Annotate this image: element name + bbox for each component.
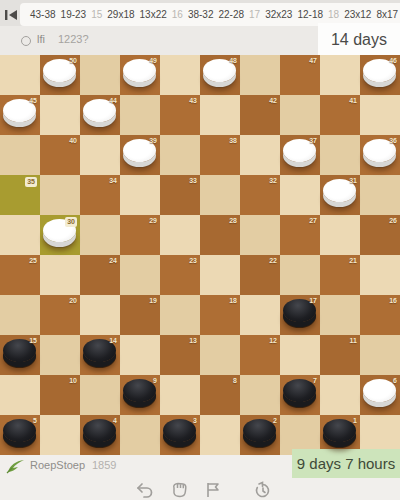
light-square (360, 175, 400, 215)
light-square (120, 415, 160, 455)
square-26[interactable]: 26 (360, 215, 400, 255)
square-number: 43 (189, 97, 197, 105)
square-20[interactable]: 20 (40, 295, 80, 335)
light-square (160, 215, 200, 255)
square-17[interactable]: 17 (280, 295, 320, 335)
square-number: 7 (313, 377, 317, 385)
light-square (40, 415, 80, 455)
move-token[interactable]: 22-28 (218, 9, 244, 20)
undo-icon[interactable] (134, 480, 156, 500)
square-24[interactable]: 24 (80, 255, 120, 295)
square-number: 12 (269, 337, 277, 345)
light-square (80, 295, 120, 335)
opponent-clock: 14 days (318, 23, 400, 56)
light-square (120, 255, 160, 295)
square-number: 2 (273, 417, 277, 425)
opponent-name: lfi (37, 33, 45, 45)
square-number: 17 (309, 297, 317, 305)
square-8[interactable]: 8 (200, 375, 240, 415)
square-number: 6 (393, 377, 397, 385)
move-token[interactable]: 8x17 (376, 9, 398, 20)
square-number: 15 (29, 337, 37, 345)
square-29[interactable]: 29 (120, 215, 160, 255)
light-square (0, 55, 40, 95)
square-number: 19 (149, 297, 157, 305)
square-number: 49 (149, 57, 157, 65)
square-50[interactable]: 50 (40, 55, 80, 95)
square-27[interactable]: 27 (280, 215, 320, 255)
square-number: 11 (350, 337, 357, 345)
square-13[interactable]: 13 (160, 335, 200, 375)
square-15[interactable]: 15 (0, 335, 40, 375)
square-35[interactable]: 35 (0, 175, 40, 215)
light-square (240, 295, 280, 335)
square-number: 18 (229, 297, 237, 305)
square-number: 20 (69, 297, 77, 305)
opponent-row: lfi 1223? 14 days (0, 26, 400, 55)
square-3[interactable]: 3 (160, 415, 200, 455)
light-square (280, 255, 320, 295)
light-square (360, 255, 400, 295)
square-number: 8 (233, 377, 237, 385)
light-square (200, 415, 240, 455)
black-man[interactable] (83, 419, 116, 442)
square-48[interactable]: 48 (200, 55, 240, 95)
square-9[interactable]: 9 (120, 375, 160, 415)
square-number: 34 (109, 177, 117, 185)
light-square (0, 295, 40, 335)
player-clock: 9 days 7 hours (292, 449, 400, 478)
move-number: 18 (328, 9, 339, 20)
square-number: 16 (389, 297, 397, 305)
light-square (120, 335, 160, 375)
light-square (80, 135, 120, 175)
square-42[interactable]: 42 (240, 95, 280, 135)
resign-flag-icon[interactable] (202, 480, 224, 500)
square-38[interactable]: 38 (200, 135, 240, 175)
square-32[interactable]: 32 (240, 175, 280, 215)
black-man[interactable] (243, 419, 276, 442)
square-number: 13 (189, 337, 197, 345)
square-number: 1 (353, 417, 357, 425)
square-number: 30 (65, 217, 77, 227)
light-square (120, 95, 160, 135)
move-token[interactable]: 43-38 (30, 9, 56, 20)
light-square (40, 95, 80, 135)
square-number: 23 (189, 257, 197, 265)
square-number: 44 (109, 97, 117, 105)
black-man[interactable] (123, 379, 156, 402)
square-number: 14 (109, 337, 117, 345)
light-square (0, 375, 40, 415)
light-square (360, 95, 400, 135)
light-square (80, 55, 120, 95)
light-square (40, 335, 80, 375)
square-number: 27 (309, 217, 317, 225)
square-number: 35 (25, 177, 37, 187)
square-number: 4 (113, 417, 117, 425)
square-number: 21 (349, 257, 357, 265)
light-square (280, 175, 320, 215)
light-square (120, 175, 160, 215)
player-bar: RoepStoep 1859 9 days 7 hours (0, 455, 400, 500)
square-number: 33 (189, 177, 197, 185)
player-name: RoepStoep (30, 459, 85, 471)
square-number: 46 (389, 57, 397, 65)
square-number: 25 (29, 257, 37, 265)
square-41[interactable]: 41 (320, 95, 360, 135)
square-7[interactable]: 7 (280, 375, 320, 415)
square-11[interactable]: 11 (320, 335, 360, 375)
square-18[interactable]: 18 (200, 295, 240, 335)
square-number: 32 (269, 177, 277, 185)
square-12[interactable]: 12 (240, 335, 280, 375)
square-34[interactable]: 34 (80, 175, 120, 215)
square-number: 39 (149, 137, 157, 145)
move-token[interactable]: 38-32 (188, 9, 214, 20)
light-square (0, 135, 40, 175)
square-number: 28 (229, 217, 237, 225)
light-square (240, 55, 280, 95)
square-number: 31 (349, 177, 357, 185)
square-10[interactable]: 10 (40, 375, 80, 415)
square-37[interactable]: 37 (280, 135, 320, 175)
square-4[interactable]: 4 (80, 415, 120, 455)
light-square (240, 135, 280, 175)
black-man[interactable] (323, 419, 356, 442)
square-36[interactable]: 36 (360, 135, 400, 175)
square-39[interactable]: 39 (120, 135, 160, 175)
square-25[interactable]: 25 (0, 255, 40, 295)
move-token[interactable]: 23x12 (344, 9, 371, 20)
square-49[interactable]: 49 (120, 55, 160, 95)
move-number: 15 (91, 9, 102, 20)
square-number: 10 (69, 377, 77, 385)
light-square (160, 135, 200, 175)
opponent-rating: 1223? (58, 33, 89, 45)
square-number: 41 (349, 97, 357, 105)
square-number: 37 (309, 137, 317, 145)
light-square (40, 175, 80, 215)
light-square (320, 135, 360, 175)
square-43[interactable]: 43 (160, 95, 200, 135)
light-square (280, 95, 320, 135)
square-2[interactable]: 2 (240, 415, 280, 455)
draughts-board: 5049484746454443424140393837363534333231… (0, 55, 400, 455)
square-number: 42 (269, 97, 277, 105)
light-square (320, 295, 360, 335)
move-number: 16 (172, 9, 183, 20)
draughts-app: 43-3819-231529x1813x221638-3222-281732x2… (0, 0, 400, 500)
square-number: 3 (193, 417, 197, 425)
square-number: 22 (269, 257, 277, 265)
light-square (320, 215, 360, 255)
square-31[interactable]: 31 (320, 175, 360, 215)
square-6[interactable]: 6 (360, 375, 400, 415)
light-square (160, 295, 200, 335)
square-number: 24 (109, 257, 117, 265)
square-number: 45 (29, 97, 37, 105)
light-square (200, 335, 240, 375)
move-token[interactable]: 32x23 (265, 9, 292, 20)
move-token[interactable]: 29x18 (107, 9, 134, 20)
square-30[interactable]: 30 (40, 215, 80, 255)
square-number: 5 (33, 417, 37, 425)
player-rating: 1859 (92, 459, 116, 471)
move-token[interactable]: 19-23 (61, 9, 87, 20)
square-33[interactable]: 33 (160, 175, 200, 215)
square-47[interactable]: 47 (280, 55, 320, 95)
draw-offer-hand-icon[interactable] (168, 480, 190, 500)
black-man[interactable] (3, 419, 36, 442)
square-19[interactable]: 19 (120, 295, 160, 335)
light-square (320, 375, 360, 415)
light-square (200, 95, 240, 135)
square-23[interactable]: 23 (160, 255, 200, 295)
square-44[interactable]: 44 (80, 95, 120, 135)
square-number: 26 (389, 217, 397, 225)
light-square (40, 255, 80, 295)
square-45[interactable]: 45 (0, 95, 40, 135)
light-square (360, 335, 400, 375)
square-16[interactable]: 16 (360, 295, 400, 335)
square-5[interactable]: 5 (0, 415, 40, 455)
move-number: 17 (249, 9, 260, 20)
move-token[interactable]: 12-18 (297, 9, 323, 20)
light-square (280, 335, 320, 375)
white-man[interactable] (363, 379, 396, 402)
skip-to-start-icon[interactable] (4, 7, 18, 19)
light-square (200, 175, 240, 215)
square-number: 9 (153, 377, 157, 385)
your-turn-quill-icon (6, 458, 26, 474)
square-number: 36 (389, 137, 397, 145)
square-number: 38 (229, 137, 237, 145)
square-22[interactable]: 22 (240, 255, 280, 295)
turn-indicator-circle (21, 36, 31, 46)
square-28[interactable]: 28 (200, 215, 240, 255)
history-icon[interactable] (252, 480, 274, 500)
light-square (320, 55, 360, 95)
light-square (80, 375, 120, 415)
light-square (200, 255, 240, 295)
light-square (160, 375, 200, 415)
black-man[interactable] (283, 379, 316, 402)
light-square (240, 375, 280, 415)
square-number: 40 (69, 137, 77, 145)
light-square (160, 55, 200, 95)
light-square (0, 215, 40, 255)
square-46[interactable]: 46 (360, 55, 400, 95)
square-number: 29 (149, 217, 157, 225)
square-21[interactable]: 21 (320, 255, 360, 295)
square-number: 47 (309, 57, 317, 65)
light-square (80, 215, 120, 255)
move-token[interactable]: 13x22 (140, 9, 167, 20)
black-man[interactable] (163, 419, 196, 442)
square-40[interactable]: 40 (40, 135, 80, 175)
square-14[interactable]: 14 (80, 335, 120, 375)
light-square (240, 215, 280, 255)
square-number: 50 (69, 57, 77, 65)
square-number: 48 (229, 57, 237, 65)
